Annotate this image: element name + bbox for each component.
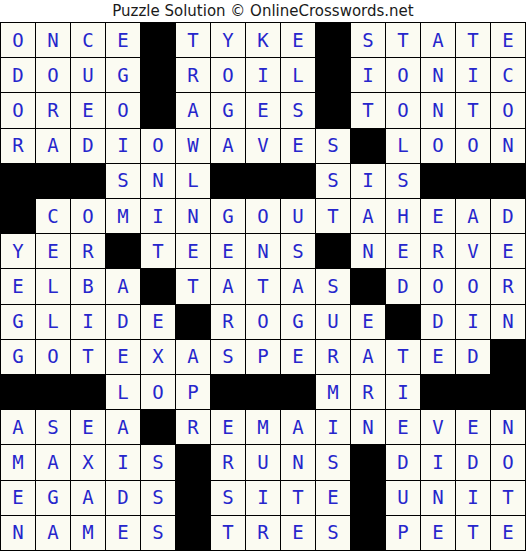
letter-cell: D — [491, 199, 525, 233]
crossword-grid: ONCETYKESTATEDOUGROILIONICOREOAGESTONTOR… — [0, 22, 526, 551]
letter-cell: D — [386, 269, 420, 303]
letter-cell: A — [351, 340, 385, 374]
letter-cell: T — [456, 93, 490, 127]
letter-cell: R — [1, 129, 35, 163]
letter-cell: E — [211, 234, 245, 268]
block-cell — [246, 164, 280, 198]
letter-cell: S — [281, 234, 315, 268]
letter-cell: E — [176, 234, 210, 268]
letter-cell: A — [351, 199, 385, 233]
letter-cell: U — [71, 58, 105, 92]
letter-cell: N — [351, 410, 385, 444]
block-cell — [316, 23, 350, 57]
letter-cell: A — [36, 129, 70, 163]
letter-cell: S — [351, 23, 385, 57]
letter-cell: U — [386, 481, 420, 515]
letter-cell: I — [456, 58, 490, 92]
letter-cell: M — [1, 445, 35, 479]
letter-cell: E — [1, 269, 35, 303]
letter-cell: E — [456, 410, 490, 444]
letter-cell: T — [386, 340, 420, 374]
block-cell — [491, 375, 525, 409]
letter-cell: B — [71, 269, 105, 303]
letter-cell: E — [106, 340, 140, 374]
letter-cell: S — [386, 164, 420, 198]
letter-cell: G — [211, 199, 245, 233]
letter-cell: C — [36, 199, 70, 233]
letter-cell: N — [421, 93, 455, 127]
letter-cell: E — [491, 516, 525, 550]
block-cell — [421, 375, 455, 409]
letter-cell: N — [281, 445, 315, 479]
letter-cell: P — [386, 516, 420, 550]
letter-cell: T — [316, 199, 350, 233]
block-cell — [141, 269, 175, 303]
letter-cell: S — [141, 516, 175, 550]
letter-cell: A — [211, 129, 245, 163]
letter-cell: N — [246, 234, 280, 268]
block-cell — [71, 164, 105, 198]
letter-cell: T — [211, 516, 245, 550]
block-cell — [176, 305, 210, 339]
letter-cell: O — [456, 129, 490, 163]
letter-cell: H — [386, 199, 420, 233]
letter-cell: A — [36, 516, 70, 550]
block-cell — [246, 375, 280, 409]
letter-cell: C — [71, 23, 105, 57]
letter-cell: I — [246, 481, 280, 515]
block-cell — [351, 269, 385, 303]
block-cell — [421, 164, 455, 198]
letter-cell: X — [141, 340, 175, 374]
letter-cell: N — [176, 199, 210, 233]
letter-cell: V — [246, 129, 280, 163]
letter-cell: D — [1, 58, 35, 92]
letter-cell: P — [246, 340, 280, 374]
letter-cell: T — [176, 23, 210, 57]
letter-cell: X — [71, 445, 105, 479]
letter-cell: I — [421, 445, 455, 479]
letter-cell: L — [386, 129, 420, 163]
letter-cell: U — [246, 445, 280, 479]
letter-cell: I — [456, 305, 490, 339]
letter-cell: T — [141, 234, 175, 268]
block-cell — [1, 199, 35, 233]
letter-cell: S — [211, 481, 245, 515]
letter-cell: E — [421, 199, 455, 233]
block-cell — [141, 410, 175, 444]
letter-cell: A — [106, 410, 140, 444]
letter-cell: S — [316, 129, 350, 163]
block-cell — [316, 234, 350, 268]
letter-cell: I — [351, 164, 385, 198]
letter-cell: T — [491, 481, 525, 515]
letter-cell: E — [71, 410, 105, 444]
letter-cell: A — [1, 410, 35, 444]
letter-cell: G — [281, 305, 315, 339]
letter-cell: S — [281, 93, 315, 127]
block-cell — [71, 375, 105, 409]
letter-cell: I — [246, 58, 280, 92]
letter-cell: U — [281, 199, 315, 233]
letter-cell: O — [456, 269, 490, 303]
letter-cell: S — [141, 445, 175, 479]
letter-cell: E — [106, 516, 140, 550]
letter-cell: E — [351, 305, 385, 339]
letter-cell: E — [281, 340, 315, 374]
letter-cell: D — [456, 445, 490, 479]
block-cell — [281, 164, 315, 198]
letter-cell: T — [176, 269, 210, 303]
letter-cell: D — [106, 305, 140, 339]
letter-cell: L — [176, 164, 210, 198]
letter-cell: I — [141, 199, 175, 233]
letter-cell: R — [176, 58, 210, 92]
letter-cell: O — [386, 93, 420, 127]
block-cell — [351, 129, 385, 163]
letter-cell: E — [281, 516, 315, 550]
letter-cell: E — [421, 340, 455, 374]
letter-cell: A — [176, 93, 210, 127]
letter-cell: R — [176, 410, 210, 444]
block-cell — [351, 481, 385, 515]
block-cell — [211, 164, 245, 198]
letter-cell: S — [316, 269, 350, 303]
letter-cell: T — [246, 269, 280, 303]
block-cell — [456, 375, 490, 409]
block-cell — [1, 375, 35, 409]
letter-cell: O — [141, 129, 175, 163]
letter-cell: O — [36, 58, 70, 92]
letter-cell: N — [491, 305, 525, 339]
letter-cell: R — [71, 234, 105, 268]
letter-cell: N — [491, 410, 525, 444]
letter-cell: A — [211, 269, 245, 303]
letter-cell: O — [1, 93, 35, 127]
letter-cell: M — [316, 375, 350, 409]
letter-cell: W — [176, 129, 210, 163]
letter-cell: I — [106, 445, 140, 479]
letter-cell: S — [36, 410, 70, 444]
letter-cell: M — [246, 410, 280, 444]
letter-cell: O — [246, 199, 280, 233]
letter-cell: A — [71, 481, 105, 515]
letter-cell: D — [421, 305, 455, 339]
letter-cell: A — [421, 23, 455, 57]
block-cell — [176, 516, 210, 550]
letter-cell: N — [421, 481, 455, 515]
letter-cell: N — [421, 58, 455, 92]
letter-cell: R — [491, 269, 525, 303]
letter-cell: A — [106, 269, 140, 303]
letter-cell: R — [36, 93, 70, 127]
letter-cell: T — [386, 23, 420, 57]
letter-cell: O — [211, 58, 245, 92]
letter-cell: K — [246, 23, 280, 57]
block-cell — [281, 375, 315, 409]
block-cell — [211, 375, 245, 409]
letter-cell: U — [316, 305, 350, 339]
letter-cell: O — [421, 129, 455, 163]
letter-cell: G — [106, 58, 140, 92]
letter-cell: I — [71, 305, 105, 339]
letter-cell: L — [36, 305, 70, 339]
letter-cell: P — [176, 375, 210, 409]
letter-cell: O — [386, 58, 420, 92]
letter-cell: T — [281, 481, 315, 515]
letter-cell: S — [316, 164, 350, 198]
letter-cell: A — [281, 410, 315, 444]
letter-cell: G — [1, 305, 35, 339]
letter-cell: N — [141, 164, 175, 198]
letter-cell: R — [421, 234, 455, 268]
letter-cell: E — [141, 305, 175, 339]
letter-cell: M — [71, 516, 105, 550]
letter-cell: A — [36, 445, 70, 479]
letter-cell: E — [1, 481, 35, 515]
letter-cell: S — [316, 445, 350, 479]
letter-cell: D — [71, 129, 105, 163]
block-cell — [141, 58, 175, 92]
block-cell — [36, 375, 70, 409]
letter-cell: I — [456, 481, 490, 515]
block-cell — [141, 23, 175, 57]
block-cell — [351, 445, 385, 479]
letter-cell: S — [106, 164, 140, 198]
letter-cell: O — [246, 305, 280, 339]
block-cell — [351, 516, 385, 550]
letter-cell: G — [1, 340, 35, 374]
letter-cell: A — [456, 199, 490, 233]
letter-cell: O — [36, 340, 70, 374]
letter-cell: O — [141, 375, 175, 409]
block-cell — [491, 164, 525, 198]
letter-cell: T — [351, 93, 385, 127]
letter-cell: S — [316, 516, 350, 550]
letter-cell: N — [351, 234, 385, 268]
letter-cell: O — [106, 93, 140, 127]
letter-cell: G — [36, 481, 70, 515]
letter-cell: Y — [1, 234, 35, 268]
letter-cell: R — [351, 375, 385, 409]
block-cell — [316, 93, 350, 127]
letter-cell: R — [211, 445, 245, 479]
letter-cell: N — [491, 129, 525, 163]
letter-cell: E — [71, 93, 105, 127]
letter-cell: E — [211, 410, 245, 444]
letter-cell: E — [386, 234, 420, 268]
block-cell — [491, 340, 525, 374]
letter-cell: V — [421, 410, 455, 444]
letter-cell: E — [491, 234, 525, 268]
letter-cell: S — [211, 340, 245, 374]
block-cell — [176, 481, 210, 515]
letter-cell: R — [211, 305, 245, 339]
letter-cell: T — [456, 516, 490, 550]
letter-cell: E — [386, 410, 420, 444]
letter-cell: O — [1, 23, 35, 57]
letter-cell: E — [36, 234, 70, 268]
letter-cell: O — [491, 93, 525, 127]
letter-cell: O — [491, 445, 525, 479]
letter-cell: M — [106, 199, 140, 233]
letter-cell: D — [106, 481, 140, 515]
letter-cell: N — [36, 23, 70, 57]
letter-cell: T — [71, 340, 105, 374]
letter-cell: I — [351, 58, 385, 92]
letter-cell: R — [316, 340, 350, 374]
letter-cell: L — [281, 58, 315, 92]
letter-cell: L — [36, 269, 70, 303]
letter-cell: E — [281, 23, 315, 57]
block-cell — [386, 305, 420, 339]
block-cell — [316, 58, 350, 92]
letter-cell: A — [281, 269, 315, 303]
letter-cell: D — [386, 445, 420, 479]
letter-cell: O — [421, 269, 455, 303]
puzzle-page: Puzzle Solution © OnlineCrosswords.net O… — [0, 0, 526, 551]
letter-cell: A — [176, 340, 210, 374]
letter-cell: E — [491, 23, 525, 57]
letter-cell: I — [316, 410, 350, 444]
letter-cell: I — [386, 375, 420, 409]
block-cell — [456, 164, 490, 198]
letter-cell: Y — [211, 23, 245, 57]
letter-cell: I — [106, 129, 140, 163]
letter-cell: G — [211, 93, 245, 127]
letter-cell: S — [141, 481, 175, 515]
letter-cell: E — [281, 129, 315, 163]
letter-cell: E — [246, 93, 280, 127]
letter-cell: O — [71, 199, 105, 233]
block-cell — [36, 164, 70, 198]
letter-cell: E — [316, 481, 350, 515]
block-cell — [176, 445, 210, 479]
letter-cell: L — [106, 375, 140, 409]
letter-cell: V — [456, 234, 490, 268]
block-cell — [1, 164, 35, 198]
block-cell — [141, 93, 175, 127]
block-cell — [106, 234, 140, 268]
letter-cell: N — [1, 516, 35, 550]
letter-cell: E — [421, 516, 455, 550]
letter-cell: C — [491, 58, 525, 92]
letter-cell: D — [456, 340, 490, 374]
letter-cell: T — [456, 23, 490, 57]
letter-cell: R — [246, 516, 280, 550]
letter-cell: E — [106, 23, 140, 57]
puzzle-title: Puzzle Solution © OnlineCrosswords.net — [0, 0, 526, 22]
